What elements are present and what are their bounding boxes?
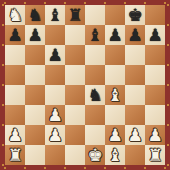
white-pawn: ♟: [127, 125, 142, 145]
black-bishop: ♝: [47, 5, 62, 25]
square-f4[interactable]: ♝: [105, 85, 125, 105]
border-stud: [104, 167, 106, 169]
border-stud: [84, 2, 86, 4]
border-stud: [2, 104, 4, 106]
square-f7[interactable]: ♟: [105, 25, 125, 45]
square-h2[interactable]: ♟: [145, 125, 165, 145]
square-e3[interactable]: [85, 105, 105, 125]
white-pawn: ♟: [107, 125, 122, 145]
square-h3[interactable]: [145, 105, 165, 125]
square-d6[interactable]: [65, 45, 85, 65]
white-pawn: ♟: [147, 125, 162, 145]
square-e2[interactable]: [85, 125, 105, 145]
square-a7[interactable]: ♟: [5, 25, 25, 45]
border-stud: [124, 167, 126, 169]
square-e4[interactable]: ♞: [85, 85, 105, 105]
border-stud: [2, 4, 4, 6]
black-pawn: ♟: [27, 25, 42, 45]
black-rook: ♜: [67, 5, 82, 25]
square-c2[interactable]: ♟: [45, 125, 65, 145]
square-a5[interactable]: [5, 65, 25, 85]
border-stud: [44, 2, 46, 4]
square-h1[interactable]: ♜: [145, 145, 165, 165]
border-stud: [2, 144, 4, 146]
white-knight: ♞: [7, 5, 22, 25]
border-stud: [167, 104, 169, 106]
square-h8[interactable]: [145, 5, 165, 25]
square-a4[interactable]: [5, 85, 25, 105]
square-a2[interactable]: ♟: [5, 125, 25, 145]
border-stud: [167, 164, 169, 166]
square-b6[interactable]: [25, 45, 45, 65]
square-b8[interactable]: ♞: [25, 5, 45, 25]
square-g7[interactable]: ♟: [125, 25, 145, 45]
square-e6[interactable]: [85, 45, 105, 65]
square-c7[interactable]: [45, 25, 65, 45]
black-knight: ♞: [87, 85, 102, 105]
white-bishop: ♝: [107, 145, 122, 165]
white-pawn: ♟: [47, 105, 62, 125]
square-d3[interactable]: [65, 105, 85, 125]
square-b1[interactable]: [25, 145, 45, 165]
square-b7[interactable]: ♟: [25, 25, 45, 45]
border-stud: [167, 84, 169, 86]
square-a8[interactable]: ♞: [5, 5, 25, 25]
border-stud: [144, 167, 146, 169]
border-stud: [4, 167, 6, 169]
square-d8[interactable]: ♜: [65, 5, 85, 25]
square-c1[interactable]: [45, 145, 65, 165]
square-d1[interactable]: [65, 145, 85, 165]
black-pawn: ♟: [147, 25, 162, 45]
border-stud: [124, 2, 126, 4]
white-rook: ♜: [7, 145, 22, 165]
border-stud: [44, 167, 46, 169]
square-f6[interactable]: [105, 45, 125, 65]
square-a6[interactable]: [5, 45, 25, 65]
square-e8[interactable]: [85, 5, 105, 25]
border-stud: [167, 144, 169, 146]
square-h7[interactable]: ♟: [145, 25, 165, 45]
border-stud: [164, 167, 166, 169]
square-f1[interactable]: ♝: [105, 145, 125, 165]
square-c8[interactable]: ♝: [45, 5, 65, 25]
black-king: ♚: [127, 5, 142, 25]
square-g1[interactable]: [125, 145, 145, 165]
border-stud: [2, 64, 4, 66]
white-pawn: ♟: [7, 125, 22, 145]
square-e5[interactable]: [85, 65, 105, 85]
white-king: ♚: [87, 145, 102, 165]
square-h5[interactable]: [145, 65, 165, 85]
square-g6[interactable]: [125, 45, 145, 65]
border-stud: [2, 164, 4, 166]
square-g2[interactable]: ♟: [125, 125, 145, 145]
square-c4[interactable]: [45, 85, 65, 105]
border-stud: [167, 24, 169, 26]
square-d5[interactable]: [65, 65, 85, 85]
square-b4[interactable]: [25, 85, 45, 105]
square-g4[interactable]: [125, 85, 145, 105]
square-a1[interactable]: ♜: [5, 145, 25, 165]
square-d4[interactable]: [65, 85, 85, 105]
square-b5[interactable]: [25, 65, 45, 85]
square-f2[interactable]: ♟: [105, 125, 125, 145]
chess-board: ♞♞♝♜♚♟♟♝♟♟♟♟♞♝♟♟♟♟♟♟♜♚♝♜: [5, 5, 165, 165]
border-stud: [167, 64, 169, 66]
square-d2[interactable]: [65, 125, 85, 145]
border-stud: [2, 124, 4, 126]
border-stud: [167, 4, 169, 6]
border-stud: [2, 44, 4, 46]
square-f3[interactable]: [105, 105, 125, 125]
border-stud: [84, 167, 86, 169]
black-pawn: ♟: [107, 25, 122, 45]
square-h4[interactable]: [145, 85, 165, 105]
border-stud: [164, 2, 166, 4]
square-f5[interactable]: [105, 65, 125, 85]
black-pawn: ♟: [127, 25, 142, 45]
square-e7[interactable]: ♝: [85, 25, 105, 45]
black-pawn: ♟: [47, 45, 62, 65]
square-g3[interactable]: [125, 105, 145, 125]
square-b3[interactable]: [25, 105, 45, 125]
border-stud: [64, 2, 66, 4]
square-f8[interactable]: [105, 5, 125, 25]
square-c5[interactable]: [45, 65, 65, 85]
border-stud: [2, 84, 4, 86]
border-stud: [144, 2, 146, 4]
square-h6[interactable]: [145, 45, 165, 65]
square-c3[interactable]: ♟: [45, 105, 65, 125]
border-stud: [167, 124, 169, 126]
border-stud: [24, 167, 26, 169]
border-stud: [64, 167, 66, 169]
border-stud: [4, 2, 6, 4]
square-g8[interactable]: ♚: [125, 5, 145, 25]
square-a3[interactable]: [5, 105, 25, 125]
border-stud: [24, 2, 26, 4]
square-e1[interactable]: ♚: [85, 145, 105, 165]
white-pawn: ♟: [47, 125, 62, 145]
white-bishop: ♝: [107, 85, 122, 105]
border-stud: [167, 44, 169, 46]
square-g5[interactable]: [125, 65, 145, 85]
square-c6[interactable]: ♟: [45, 45, 65, 65]
border-stud: [104, 2, 106, 4]
black-knight: ♞: [27, 5, 42, 25]
square-d7[interactable]: [65, 25, 85, 45]
chess-board-frame: ♞♞♝♜♚♟♟♝♟♟♟♟♞♝♟♟♟♟♟♟♜♚♝♜: [0, 0, 170, 170]
white-rook: ♜: [147, 145, 162, 165]
square-b2[interactable]: [25, 125, 45, 145]
black-pawn: ♟: [7, 25, 22, 45]
border-stud: [2, 24, 4, 26]
black-bishop: ♝: [87, 25, 102, 45]
